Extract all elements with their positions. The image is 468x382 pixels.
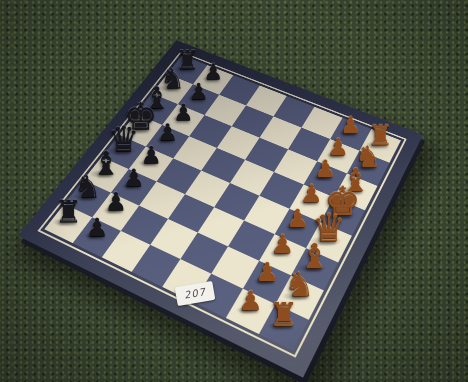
photo-scene: ♜♟♞♟♝♟♚♟♟♜♛♟♟♞♝♟♟♝♞♟♟♚♜♟♟♛♟♝♟♞♟♜ 207 [0, 0, 468, 382]
piece-white-pawn-b2[interactable]: ♟ [255, 259, 279, 285]
piece-white-rook-a1[interactable]: ♜ [269, 299, 298, 332]
piece-black-rook-a8[interactable]: ♜ [55, 197, 82, 227]
piece-white-pawn-d2[interactable]: ♟ [286, 207, 308, 232]
piece-white-pawn-e2[interactable]: ♟ [301, 182, 323, 206]
lot-number: 207 [183, 286, 207, 301]
piece-black-pawn-b7[interactable]: ♟ [105, 190, 127, 215]
piece-white-pawn-a2[interactable]: ♟ [239, 288, 263, 315]
piece-white-pawn-c2[interactable]: ♟ [271, 232, 294, 258]
piece-black-pawn-a7[interactable]: ♟ [86, 215, 109, 240]
